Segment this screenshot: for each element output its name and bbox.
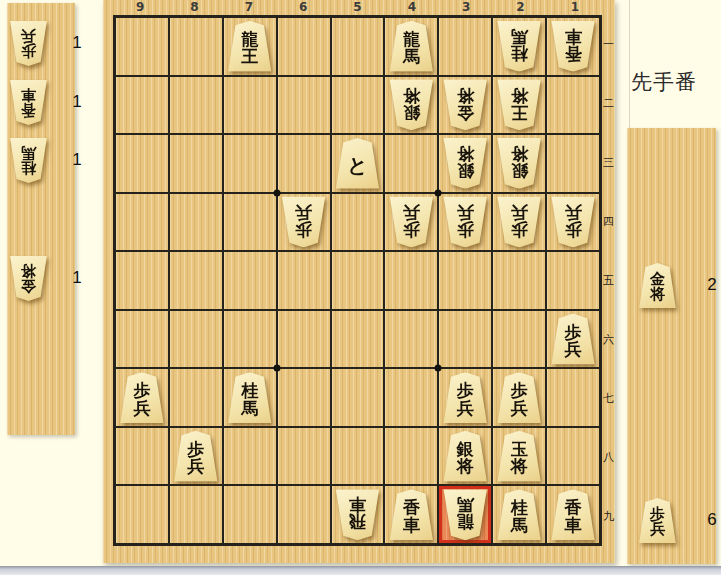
cell-2四[interactable]: 歩兵 (493, 194, 545, 251)
cell-8三[interactable] (170, 135, 222, 192)
cell-1一[interactable]: 香車 (547, 18, 599, 75)
cell-1七[interactable] (547, 369, 599, 426)
cell-3六[interactable] (439, 311, 491, 368)
cell-6八[interactable] (278, 428, 330, 485)
cell-6七[interactable] (278, 369, 330, 426)
cell-3四[interactable]: 歩兵 (439, 194, 491, 251)
cell-5三[interactable]: と (332, 135, 384, 192)
piece-gote-歩兵[interactable]: 歩兵 (9, 21, 48, 66)
cell-2五[interactable] (493, 252, 545, 309)
piece-gote-歩兵[interactable]: 歩兵 (281, 196, 327, 247)
hand-count: 1 (67, 150, 87, 170)
cell-6二[interactable] (278, 77, 330, 134)
panel-divider (629, 0, 630, 128)
piece-gote-飛車[interactable]: 飛車 (334, 489, 380, 540)
cell-9一[interactable] (116, 18, 168, 75)
cell-2八[interactable]: 玉将 (493, 428, 545, 485)
file-labels: 987654321 (113, 0, 602, 15)
piece-gote-香車[interactable]: 香車 (9, 80, 48, 125)
cell-4六[interactable] (385, 311, 437, 368)
cell-4三[interactable] (385, 135, 437, 192)
cell-2六[interactable] (493, 311, 545, 368)
rank-label-5: 五 (602, 251, 615, 310)
cell-6四[interactable]: 歩兵 (278, 194, 330, 251)
rank-label-9: 九 (602, 487, 615, 546)
piece-gote-歩兵[interactable]: 歩兵 (550, 196, 596, 247)
file-label-9: 9 (113, 0, 167, 15)
cell-6六[interactable] (278, 311, 330, 368)
cell-1八[interactable] (547, 428, 599, 485)
rank-label-3: 三 (602, 133, 615, 192)
cell-5五[interactable] (332, 252, 384, 309)
rank-label-2: 二 (602, 74, 615, 133)
cell-8七[interactable] (170, 369, 222, 426)
cell-1四[interactable]: 歩兵 (547, 194, 599, 251)
cell-3三[interactable]: 銀将 (439, 135, 491, 192)
cell-9四[interactable] (116, 194, 168, 251)
piece-gote-歩兵[interactable]: 歩兵 (388, 196, 434, 247)
hand-count: 1 (67, 92, 87, 112)
cell-3九[interactable]: 龍馬 (439, 486, 491, 543)
cell-7六[interactable] (224, 311, 276, 368)
cell-2二[interactable]: 王将 (493, 77, 545, 134)
file-label-1: 1 (548, 0, 602, 15)
cell-4一[interactable]: 龍馬 (385, 18, 437, 75)
cell-3二[interactable]: 金将 (439, 77, 491, 134)
cell-8一[interactable] (170, 18, 222, 75)
turn-indicator: 先手番 (631, 68, 719, 96)
piece-sente-龍王[interactable]: 龍王 (227, 21, 273, 72)
cell-4五[interactable] (385, 252, 437, 309)
cell-9八[interactable] (116, 428, 168, 485)
cell-3七[interactable]: 歩兵 (439, 369, 491, 426)
cell-3五[interactable] (439, 252, 491, 309)
cell-1五[interactable] (547, 252, 599, 309)
piece-gote-王将[interactable]: 王将 (496, 79, 542, 130)
cell-8八[interactable]: 歩兵 (170, 428, 222, 485)
piece-sente-龍馬[interactable]: 龍馬 (388, 21, 434, 72)
star-point (273, 365, 280, 372)
cell-1三[interactable] (547, 135, 599, 192)
piece-gote-桂馬[interactable]: 桂馬 (496, 21, 542, 72)
cell-9七[interactable]: 歩兵 (116, 369, 168, 426)
piece-sente-歩兵[interactable]: 歩兵 (119, 372, 165, 423)
piece-gote-歩兵[interactable]: 歩兵 (442, 196, 488, 247)
hand-count: 1 (67, 33, 87, 53)
piece-sente-桂馬[interactable]: 桂馬 (496, 489, 542, 540)
hand-count: 1 (67, 268, 87, 288)
window-bottom-edge (0, 566, 721, 575)
cell-5六[interactable] (332, 311, 384, 368)
star-point (435, 365, 442, 372)
cell-9九[interactable] (116, 486, 168, 543)
gote-captured-tray: 歩兵1香車1桂馬1金将1 (7, 3, 75, 435)
piece-sente-香車[interactable]: 香車 (388, 489, 434, 540)
cell-2一[interactable]: 桂馬 (493, 18, 545, 75)
cell-4九[interactable]: 香車 (385, 486, 437, 543)
cell-7一[interactable]: 龍王 (224, 18, 276, 75)
cell-2七[interactable]: 歩兵 (493, 369, 545, 426)
file-label-3: 3 (439, 0, 493, 15)
piece-sente-香車[interactable]: 香車 (550, 489, 596, 540)
piece-gote-金将[interactable]: 金将 (9, 256, 48, 301)
piece-gote-銀将[interactable]: 銀将 (442, 138, 488, 189)
sente-captured-tray: 金将2歩兵6 (627, 128, 716, 564)
cell-6九[interactable] (278, 486, 330, 543)
cell-4二[interactable]: 銀将 (385, 77, 437, 134)
piece-gote-歩兵[interactable]: 歩兵 (496, 196, 542, 247)
cell-7七[interactable]: 桂馬 (224, 369, 276, 426)
star-point (435, 189, 442, 196)
star-point (273, 189, 280, 196)
cell-2九[interactable]: 桂馬 (493, 486, 545, 543)
cell-1九[interactable]: 香車 (547, 486, 599, 543)
piece-gote-金将[interactable]: 金将 (442, 79, 488, 130)
cell-7四[interactable] (224, 194, 276, 251)
piece-sente-歩兵[interactable]: 歩兵 (550, 314, 596, 365)
file-label-7: 7 (222, 0, 276, 15)
cell-4四[interactable]: 歩兵 (385, 194, 437, 251)
cell-4七[interactable] (385, 369, 437, 426)
piece-sente-玉将[interactable]: 玉将 (496, 431, 542, 482)
rank-label-6: 六 (602, 310, 615, 369)
cell-3八[interactable]: 銀将 (439, 428, 491, 485)
cell-7八[interactable] (224, 428, 276, 485)
cell-6一[interactable] (278, 18, 330, 75)
piece-sente-歩兵[interactable]: 歩兵 (173, 431, 219, 482)
cell-9五[interactable] (116, 252, 168, 309)
cell-5四[interactable] (332, 194, 384, 251)
shogi-board: 987654321 龍王龍馬桂馬香車銀将金将王将と銀将銀将歩兵歩兵歩兵歩兵歩兵歩… (103, 0, 615, 563)
cell-5一[interactable] (332, 18, 384, 75)
cell-7二[interactable] (224, 77, 276, 134)
cell-8四[interactable] (170, 194, 222, 251)
rank-label-4: 四 (602, 192, 615, 251)
cell-3一[interactable] (439, 18, 491, 75)
cell-5二[interactable] (332, 77, 384, 134)
cell-7三[interactable] (224, 135, 276, 192)
cell-8六[interactable] (170, 311, 222, 368)
piece-gote-銀将[interactable]: 銀将 (496, 138, 542, 189)
file-label-4: 4 (385, 0, 439, 15)
cell-7九[interactable] (224, 486, 276, 543)
cell-6三[interactable] (278, 135, 330, 192)
cell-5七[interactable] (332, 369, 384, 426)
piece-gote-香車[interactable]: 香車 (550, 21, 596, 72)
piece-sente-金将[interactable]: 金将 (638, 263, 677, 308)
cell-9二[interactable] (116, 77, 168, 134)
cell-8九[interactable] (170, 486, 222, 543)
file-label-8: 8 (167, 0, 221, 15)
rank-label-1: 一 (602, 15, 615, 74)
piece-sente-銀将[interactable]: 銀将 (442, 431, 488, 482)
cell-5八[interactable] (332, 428, 384, 485)
cell-7五[interactable] (224, 252, 276, 309)
cell-8五[interactable] (170, 252, 222, 309)
cell-9三[interactable] (116, 135, 168, 192)
piece-gote-銀将[interactable]: 銀将 (388, 79, 434, 130)
piece-sente-歩兵[interactable]: 歩兵 (638, 498, 677, 543)
rank-labels: 一二三四五六七八九 (602, 15, 615, 546)
piece-sente-歩兵[interactable]: 歩兵 (442, 372, 488, 423)
cell-1六[interactable]: 歩兵 (547, 311, 599, 368)
cell-9六[interactable] (116, 311, 168, 368)
cell-4八[interactable] (385, 428, 437, 485)
cell-8二[interactable] (170, 77, 222, 134)
piece-sente-桂馬[interactable]: 桂馬 (227, 372, 273, 423)
cell-2三[interactable]: 銀将 (493, 135, 545, 192)
rank-label-7: 七 (602, 369, 615, 428)
board-grid: 龍王龍馬桂馬香車銀将金将王将と銀将銀将歩兵歩兵歩兵歩兵歩兵歩兵歩兵桂馬歩兵歩兵歩… (113, 15, 602, 546)
piece-gote-桂馬[interactable]: 桂馬 (9, 138, 48, 183)
piece-sente-と[interactable]: と (334, 138, 380, 189)
cell-6五[interactable] (278, 252, 330, 309)
piece-gote-龍馬[interactable]: 龍馬 (442, 489, 488, 540)
file-label-6: 6 (276, 0, 330, 15)
file-label-5: 5 (330, 0, 384, 15)
file-label-2: 2 (493, 0, 547, 15)
cell-1二[interactable] (547, 77, 599, 134)
cell-5九[interactable]: 飛車 (332, 486, 384, 543)
hand-count: 6 (702, 510, 721, 530)
hand-count: 2 (702, 275, 721, 295)
rank-label-8: 八 (602, 428, 615, 487)
piece-sente-歩兵[interactable]: 歩兵 (496, 372, 542, 423)
